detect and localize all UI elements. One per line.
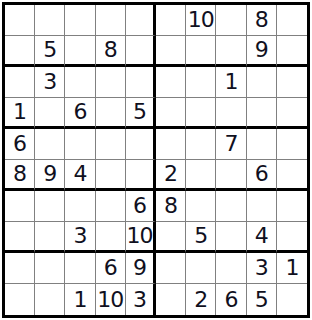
cell-r7c8[interactable] bbox=[216, 191, 246, 222]
cell-r8c6[interactable] bbox=[156, 222, 186, 253]
cell-r10c6[interactable] bbox=[156, 284, 186, 315]
cell-r4c9[interactable] bbox=[247, 98, 277, 129]
cell-r10c3[interactable]: 1 bbox=[65, 284, 95, 315]
cell-r4c1[interactable]: 1 bbox=[5, 98, 35, 129]
cell-r3c3[interactable] bbox=[65, 67, 95, 98]
cell-r3c10[interactable] bbox=[277, 67, 307, 98]
cell-r6c3[interactable]: 4 bbox=[65, 160, 95, 191]
cell-r10c8[interactable]: 6 bbox=[216, 284, 246, 315]
cell-r4c6[interactable] bbox=[156, 98, 186, 129]
cell-r8c1[interactable] bbox=[5, 222, 35, 253]
cell-r7c4[interactable] bbox=[96, 191, 126, 222]
cell-r10c1[interactable] bbox=[5, 284, 35, 315]
cell-r8c2[interactable] bbox=[35, 222, 65, 253]
cell-r2c10[interactable] bbox=[277, 36, 307, 67]
cell-r2c7[interactable] bbox=[186, 36, 216, 67]
cell-r7c6[interactable]: 8 bbox=[156, 191, 186, 222]
cell-r5c10[interactable] bbox=[277, 129, 307, 160]
cell-r9c4[interactable]: 6 bbox=[96, 253, 126, 284]
cell-r10c2[interactable] bbox=[35, 284, 65, 315]
cell-r4c7[interactable] bbox=[186, 98, 216, 129]
cell-r2c4[interactable]: 8 bbox=[96, 36, 126, 67]
cell-r6c2[interactable]: 9 bbox=[35, 160, 65, 191]
cell-r5c2[interactable] bbox=[35, 129, 65, 160]
cell-r3c2[interactable]: 3 bbox=[35, 67, 65, 98]
cell-r7c3[interactable] bbox=[65, 191, 95, 222]
cell-r7c10[interactable] bbox=[277, 191, 307, 222]
cell-r8c9[interactable]: 4 bbox=[247, 222, 277, 253]
cell-r1c5[interactable] bbox=[126, 5, 156, 36]
cell-r3c6[interactable] bbox=[156, 67, 186, 98]
cell-r1c6[interactable] bbox=[156, 5, 186, 36]
cell-r2c1[interactable] bbox=[5, 36, 35, 67]
cell-r2c8[interactable] bbox=[216, 36, 246, 67]
cell-r1c9[interactable]: 8 bbox=[247, 5, 277, 36]
cell-r6c5[interactable] bbox=[126, 160, 156, 191]
cell-r1c1[interactable] bbox=[5, 5, 35, 36]
cell-r1c2[interactable] bbox=[35, 5, 65, 36]
cell-r6c7[interactable] bbox=[186, 160, 216, 191]
page-background: 108589311656789426683105469311103265 bbox=[0, 0, 312, 320]
cell-r6c6[interactable]: 2 bbox=[156, 160, 186, 191]
cell-r1c3[interactable] bbox=[65, 5, 95, 36]
cell-r3c9[interactable] bbox=[247, 67, 277, 98]
cell-r3c8[interactable]: 1 bbox=[216, 67, 246, 98]
cell-r9c2[interactable] bbox=[35, 253, 65, 284]
cell-r10c7[interactable]: 2 bbox=[186, 284, 216, 315]
cell-r8c3[interactable]: 3 bbox=[65, 222, 95, 253]
cell-r5c5[interactable] bbox=[126, 129, 156, 160]
cell-r9c8[interactable] bbox=[216, 253, 246, 284]
cell-r5c9[interactable] bbox=[247, 129, 277, 160]
cell-r1c10[interactable] bbox=[277, 5, 307, 36]
cell-r10c10[interactable] bbox=[277, 284, 307, 315]
cell-r5c6[interactable] bbox=[156, 129, 186, 160]
cell-r5c7[interactable] bbox=[186, 129, 216, 160]
cell-r6c1[interactable]: 8 bbox=[5, 160, 35, 191]
cell-r9c5[interactable]: 9 bbox=[126, 253, 156, 284]
cell-r9c6[interactable] bbox=[156, 253, 186, 284]
cell-r7c1[interactable] bbox=[5, 191, 35, 222]
cell-r5c1[interactable]: 6 bbox=[5, 129, 35, 160]
cell-r9c7[interactable] bbox=[186, 253, 216, 284]
cell-r8c4[interactable] bbox=[96, 222, 126, 253]
cell-r10c5[interactable]: 3 bbox=[126, 284, 156, 315]
cell-r9c9[interactable]: 3 bbox=[247, 253, 277, 284]
cell-r6c9[interactable]: 6 bbox=[247, 160, 277, 191]
cell-r1c8[interactable] bbox=[216, 5, 246, 36]
cell-r8c10[interactable] bbox=[277, 222, 307, 253]
cell-r8c8[interactable] bbox=[216, 222, 246, 253]
cell-r9c1[interactable] bbox=[5, 253, 35, 284]
cell-r4c2[interactable] bbox=[35, 98, 65, 129]
cell-r6c10[interactable] bbox=[277, 160, 307, 191]
cell-r2c9[interactable]: 9 bbox=[247, 36, 277, 67]
cell-r7c7[interactable] bbox=[186, 191, 216, 222]
cell-r4c8[interactable] bbox=[216, 98, 246, 129]
cell-r4c4[interactable] bbox=[96, 98, 126, 129]
cell-r8c7[interactable]: 5 bbox=[186, 222, 216, 253]
cell-r5c8[interactable]: 7 bbox=[216, 129, 246, 160]
cell-r9c10[interactable]: 1 bbox=[277, 253, 307, 284]
cell-r4c5[interactable]: 5 bbox=[126, 98, 156, 129]
cell-r4c10[interactable] bbox=[277, 98, 307, 129]
cell-r1c4[interactable] bbox=[96, 5, 126, 36]
cell-r2c5[interactable] bbox=[126, 36, 156, 67]
sudoku-board: 108589311656789426683105469311103265 bbox=[2, 2, 310, 318]
cell-r8c5[interactable]: 10 bbox=[126, 222, 156, 253]
cell-r5c4[interactable] bbox=[96, 129, 126, 160]
cell-r2c3[interactable] bbox=[65, 36, 95, 67]
cell-r10c9[interactable]: 5 bbox=[247, 284, 277, 315]
cell-r4c3[interactable]: 6 bbox=[65, 98, 95, 129]
cell-r6c4[interactable] bbox=[96, 160, 126, 191]
cell-r1c7[interactable]: 10 bbox=[186, 5, 216, 36]
cell-r7c2[interactable] bbox=[35, 191, 65, 222]
cell-r3c1[interactable] bbox=[5, 67, 35, 98]
cell-r5c3[interactable] bbox=[65, 129, 95, 160]
cell-r7c5[interactable]: 6 bbox=[126, 191, 156, 222]
cell-r3c5[interactable] bbox=[126, 67, 156, 98]
cell-r3c7[interactable] bbox=[186, 67, 216, 98]
cell-r10c4[interactable]: 10 bbox=[96, 284, 126, 315]
cell-r7c9[interactable] bbox=[247, 191, 277, 222]
cell-r3c4[interactable] bbox=[96, 67, 126, 98]
cell-r2c6[interactable] bbox=[156, 36, 186, 67]
cell-r2c2[interactable]: 5 bbox=[35, 36, 65, 67]
cell-r9c3[interactable] bbox=[65, 253, 95, 284]
cell-r6c8[interactable] bbox=[216, 160, 246, 191]
